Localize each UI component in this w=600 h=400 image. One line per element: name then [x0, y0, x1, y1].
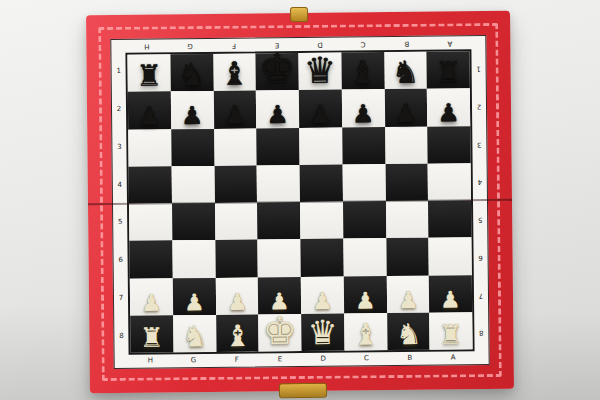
black-pawn-c2: ♟: [342, 101, 385, 126]
square-f2: ♟: [213, 91, 256, 129]
white-pawn-e7: ♟: [260, 290, 300, 314]
square-g4: [171, 166, 214, 204]
square-a6: [429, 237, 472, 275]
white-pawn-f7: ♟: [217, 290, 257, 314]
square-b6: [386, 238, 429, 276]
square-b8: ♞: [387, 312, 430, 350]
white-pawn-h7: ♟: [131, 291, 171, 315]
square-d3: [299, 127, 342, 165]
square-b1: ♞: [384, 52, 427, 90]
black-pawn-e2: ♟: [256, 102, 299, 127]
black-pawn-h2: ♟: [128, 103, 171, 128]
square-c7: ♟: [344, 276, 387, 314]
square-e7: ♟: [258, 276, 301, 314]
white-rook-a8: ♜: [431, 321, 471, 348]
white-king-e8: ♚: [260, 312, 300, 351]
rank-label-7: 7: [114, 279, 128, 317]
file-label-e: E: [258, 353, 301, 366]
square-e5: [257, 202, 300, 240]
square-a5: [428, 200, 471, 238]
square-b4: [385, 163, 428, 201]
rank-label-1: 1: [111, 53, 125, 91]
white-queen-d8: ♛: [303, 316, 343, 350]
square-f7: ♟: [215, 277, 258, 315]
square-g7: ♟: [173, 277, 216, 315]
square-g2: ♟: [171, 91, 214, 129]
white-bishop-f8: ♝: [217, 321, 257, 351]
square-d6: [300, 239, 343, 277]
square-d5: [300, 202, 343, 240]
black-knight-b1: ♞: [384, 57, 427, 88]
rank-label-4: 4: [113, 166, 127, 204]
square-e8: ♚: [258, 314, 301, 352]
square-a7: ♟: [429, 275, 472, 313]
square-c3: [342, 127, 385, 165]
square-a2: ♟: [427, 88, 470, 126]
square-e1: ♚: [256, 53, 299, 91]
black-rook-h1: ♜: [128, 62, 171, 91]
rank-label-5: 5: [473, 200, 487, 238]
square-a3: [427, 126, 470, 164]
square-b7: ♟: [386, 275, 429, 313]
square-a1: ♜: [427, 51, 470, 89]
square-h4: [129, 166, 172, 204]
black-pawn-b2: ♟: [384, 100, 427, 125]
black-king-e1: ♚: [256, 48, 299, 89]
file-label-a: A: [431, 351, 474, 364]
square-d2: ♟: [299, 90, 342, 128]
file-label-h: H: [125, 39, 168, 52]
rank-label-6: 6: [473, 238, 487, 276]
square-f4: [214, 165, 257, 203]
square-h3: [128, 129, 171, 167]
white-pawn-c7: ♟: [345, 289, 385, 313]
rank-label-1: 1: [471, 49, 485, 87]
square-e2: ♟: [256, 90, 299, 128]
black-bishop-c1: ♝: [341, 56, 384, 88]
square-d1: ♛: [298, 53, 341, 91]
black-rook-a1: ♜: [427, 58, 470, 87]
black-knight-g1: ♞: [170, 59, 213, 90]
square-e3: [256, 128, 299, 166]
square-f6: [215, 240, 258, 278]
square-c6: [343, 238, 386, 276]
square-c2: ♟: [342, 89, 385, 127]
rank-label-3: 3: [112, 128, 126, 166]
square-h6: [129, 241, 172, 279]
file-label-a: A: [428, 36, 471, 49]
square-h1: ♜: [127, 54, 170, 92]
square-c5: [343, 201, 386, 239]
black-pawn-a2: ♟: [427, 100, 470, 125]
file-label-g: G: [169, 39, 212, 52]
square-d7: ♟: [301, 276, 344, 314]
file-label-d: D: [298, 38, 341, 51]
chess-board: HGFEDCBA 12345678 ♜♞♝♚♛♝♞♜♟♟♟♟♟♟♟♟♟♟♟♟♟♟…: [86, 11, 514, 393]
square-c4: [342, 164, 385, 202]
file-label-c: C: [342, 37, 385, 50]
photo-background: HGFEDCBA 12345678 ♜♞♝♚♛♝♞♜♟♟♟♟♟♟♟♟♟♟♟♟♟♟…: [0, 0, 600, 400]
square-d4: [300, 164, 343, 202]
square-h8: ♜: [130, 315, 173, 353]
file-label-c: C: [345, 352, 388, 365]
square-g6: [172, 240, 215, 278]
file-label-h: H: [129, 354, 172, 367]
square-g3: [171, 128, 214, 166]
square-b5: [385, 201, 428, 239]
rank-label-3: 3: [472, 125, 486, 163]
square-g8: ♞: [173, 315, 216, 353]
file-label-f: F: [215, 353, 258, 366]
brass-clasp-icon: [279, 383, 327, 399]
file-label-g: G: [172, 354, 215, 367]
square-f3: [214, 128, 257, 166]
rank-label-7: 7: [474, 276, 488, 314]
white-pawn-a7: ♟: [431, 288, 471, 312]
square-f1: ♝: [213, 53, 256, 91]
white-knight-g8: ♞: [175, 322, 215, 351]
square-c1: ♝: [341, 52, 384, 90]
rank-label-2: 2: [472, 87, 486, 125]
square-c8: ♝: [344, 313, 387, 351]
rank-label-5: 5: [113, 204, 127, 242]
black-queen-d1: ♛: [298, 53, 341, 89]
rank-label-6: 6: [113, 242, 127, 280]
square-h7: ♟: [130, 278, 173, 316]
white-knight-b8: ♞: [388, 320, 428, 349]
black-pawn-d2: ♟: [299, 101, 342, 126]
file-label-b: B: [388, 352, 431, 365]
white-pawn-g7: ♟: [174, 290, 214, 314]
square-e6: [258, 239, 301, 277]
square-g1: ♞: [170, 54, 213, 92]
square-a4: [428, 163, 471, 201]
rank-label-4: 4: [473, 162, 487, 200]
brass-latch-icon: [290, 7, 308, 22]
square-a8: ♜: [429, 312, 472, 350]
white-rook-h8: ♜: [132, 324, 172, 351]
square-f8: ♝: [216, 314, 259, 352]
file-label-f: F: [212, 38, 255, 51]
square-b2: ♟: [384, 89, 427, 127]
square-g5: [172, 203, 215, 241]
file-label-d: D: [302, 353, 345, 366]
rank-label-8: 8: [114, 317, 128, 355]
square-h5: [129, 203, 172, 241]
white-pawn-b7: ♟: [388, 288, 428, 312]
black-pawn-f2: ♟: [213, 102, 256, 127]
square-f5: [215, 202, 258, 240]
square-h2: ♟: [128, 92, 171, 130]
file-label-b: B: [385, 37, 428, 50]
square-d8: ♛: [301, 313, 344, 351]
file-labels-bottom: HGFEDCBA: [129, 351, 475, 368]
white-pawn-d7: ♟: [302, 289, 342, 313]
file-label-e: E: [255, 38, 298, 51]
black-bishop-f1: ♝: [213, 58, 256, 90]
square-e4: [257, 165, 300, 203]
white-bishop-c8: ♝: [345, 319, 385, 349]
black-pawn-g2: ♟: [171, 102, 214, 127]
square-b3: [385, 126, 428, 164]
rank-label-8: 8: [474, 313, 488, 351]
rank-label-2: 2: [112, 91, 126, 129]
